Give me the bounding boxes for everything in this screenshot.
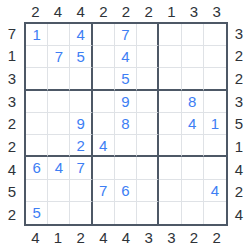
clue-right-6: 1 [228, 135, 250, 158]
cell-r8c7[interactable] [159, 180, 181, 202]
cell-r1c9[interactable] [204, 24, 226, 46]
clue-left-3: 3 [0, 67, 24, 90]
cell-r9c4[interactable] [93, 202, 115, 224]
cell-r4c5[interactable]: 9 [115, 91, 137, 113]
clue-right-8: 2 [228, 181, 250, 204]
cell-r2c8[interactable] [182, 46, 204, 68]
cell-r6c5[interactable] [115, 135, 137, 157]
cell-r7c5[interactable] [115, 157, 137, 179]
cell-r7c2[interactable]: 4 [48, 157, 70, 179]
cell-r8c2[interactable] [48, 180, 70, 202]
cell-r5c1[interactable] [26, 113, 48, 135]
cell-r5c4[interactable] [93, 113, 115, 135]
skyscraper-sudoku-puzzle: 1477545989841246477645 24422213341244332… [0, 0, 250, 250]
cell-r7c4[interactable] [93, 157, 115, 179]
clue-top-9: 3 [205, 0, 228, 22]
clue-bottom-8: 2 [183, 226, 206, 250]
clue-right-2: 2 [228, 45, 250, 68]
cell-r6c1[interactable] [26, 135, 48, 157]
clue-bottom-1: 4 [24, 226, 47, 250]
clue-bottom-7: 3 [160, 226, 183, 250]
cell-r3c8[interactable] [182, 68, 204, 90]
cell-r8c1[interactable] [26, 180, 48, 202]
cell-r2c5[interactable]: 4 [115, 46, 137, 68]
cell-r3c3[interactable] [70, 68, 92, 90]
cell-r3c4[interactable] [93, 68, 115, 90]
cell-r6c9[interactable] [204, 135, 226, 157]
cell-r8c3[interactable] [70, 180, 92, 202]
cell-r8c4[interactable]: 7 [93, 180, 115, 202]
cell-r6c7[interactable] [159, 135, 181, 157]
cell-r8c5[interactable]: 6 [115, 180, 137, 202]
cell-r3c2[interactable] [48, 68, 70, 90]
cell-r4c1[interactable] [26, 91, 48, 113]
clue-top-3: 4 [69, 0, 92, 22]
cell-r2c4[interactable] [93, 46, 115, 68]
cell-r5c5[interactable]: 8 [115, 113, 137, 135]
cell-r8c8[interactable] [182, 180, 204, 202]
clue-bottom-2: 1 [47, 226, 70, 250]
cell-r3c9[interactable] [204, 68, 226, 90]
cell-r7c9[interactable] [204, 157, 226, 179]
clue-bottom-9: 2 [205, 226, 228, 250]
cell-r3c1[interactable] [26, 68, 48, 90]
cell-r2c6[interactable] [137, 46, 159, 68]
cell-r9c8[interactable] [182, 202, 204, 224]
cell-r2c2[interactable]: 7 [48, 46, 70, 68]
cell-r9c1[interactable]: 5 [26, 202, 48, 224]
cell-r9c9[interactable] [204, 202, 226, 224]
cell-r1c6[interactable] [137, 24, 159, 46]
clue-top-6: 2 [137, 0, 160, 22]
clue-left-9: 2 [0, 203, 24, 226]
cell-r7c1[interactable]: 6 [26, 157, 48, 179]
cell-r5c6[interactable] [137, 113, 159, 135]
cell-r7c3[interactable]: 7 [70, 157, 92, 179]
clue-top-5: 2 [115, 0, 138, 22]
clue-bottom-4: 4 [92, 226, 115, 250]
sudoku-board: 1477545989841246477645 [24, 22, 228, 226]
cell-r4c8[interactable]: 8 [182, 91, 204, 113]
cell-r4c3[interactable] [70, 91, 92, 113]
clue-left-2: 1 [0, 45, 24, 68]
cell-r4c4[interactable] [93, 91, 115, 113]
clue-top-7: 1 [160, 0, 183, 22]
cell-r9c5[interactable] [115, 202, 137, 224]
clue-right-7: 4 [228, 158, 250, 181]
clue-left-5: 2 [0, 113, 24, 136]
cell-r6c3[interactable]: 2 [70, 135, 92, 157]
cell-r1c8[interactable] [182, 24, 204, 46]
clue-bottom-6: 3 [137, 226, 160, 250]
cell-r5c2[interactable] [48, 113, 70, 135]
clue-bottom-3: 2 [69, 226, 92, 250]
clue-right-3: 2 [228, 67, 250, 90]
clue-right-9: 4 [228, 203, 250, 226]
clue-top-2: 4 [47, 0, 70, 22]
cell-r2c7[interactable] [159, 46, 181, 68]
cell-r9c6[interactable] [137, 202, 159, 224]
cell-r3c7[interactable] [159, 68, 181, 90]
clue-top-4: 2 [92, 0, 115, 22]
cell-r8c6[interactable] [137, 180, 159, 202]
cell-r7c8[interactable] [182, 157, 204, 179]
cell-r4c6[interactable] [137, 91, 159, 113]
clue-top-8: 3 [183, 0, 206, 22]
cell-r6c4[interactable]: 4 [93, 135, 115, 157]
cell-r1c3[interactable]: 4 [70, 24, 92, 46]
cell-r4c7[interactable] [159, 91, 181, 113]
cell-r5c9[interactable]: 1 [204, 113, 226, 135]
clue-right-1: 3 [228, 22, 250, 45]
cell-r5c7[interactable] [159, 113, 181, 135]
cell-r5c3[interactable]: 9 [70, 113, 92, 135]
clue-left-7: 4 [0, 158, 24, 181]
cell-r3c5[interactable]: 5 [115, 68, 137, 90]
clue-bottom-5: 4 [115, 226, 138, 250]
clue-right-5: 5 [228, 113, 250, 136]
cell-r5c8[interactable]: 4 [182, 113, 204, 135]
clue-left-1: 7 [0, 22, 24, 45]
cell-r1c5[interactable]: 7 [115, 24, 137, 46]
clue-left-8: 5 [0, 181, 24, 204]
cell-r4c2[interactable] [48, 91, 70, 113]
cell-r2c1[interactable] [26, 46, 48, 68]
clue-right-4: 3 [228, 90, 250, 113]
cell-r9c3[interactable] [70, 202, 92, 224]
cell-r1c7[interactable] [159, 24, 181, 46]
cell-r1c2[interactable] [48, 24, 70, 46]
cell-r8c9[interactable]: 4 [204, 180, 226, 202]
cell-r6c8[interactable] [182, 135, 204, 157]
clue-left-6: 2 [0, 135, 24, 158]
cell-r6c6[interactable] [137, 135, 159, 157]
cell-r4c9[interactable] [204, 91, 226, 113]
cell-r9c2[interactable] [48, 202, 70, 224]
cell-r7c7[interactable] [159, 157, 181, 179]
cell-r9c7[interactable] [159, 202, 181, 224]
cell-r7c6[interactable] [137, 157, 159, 179]
cell-r6c2[interactable] [48, 135, 70, 157]
cell-r1c4[interactable] [93, 24, 115, 46]
cell-r1c1[interactable]: 1 [26, 24, 48, 46]
clue-top-1: 2 [24, 0, 47, 22]
cell-r2c9[interactable] [204, 46, 226, 68]
cell-r2c3[interactable]: 5 [70, 46, 92, 68]
clue-left-4: 3 [0, 90, 24, 113]
cell-r3c6[interactable] [137, 68, 159, 90]
